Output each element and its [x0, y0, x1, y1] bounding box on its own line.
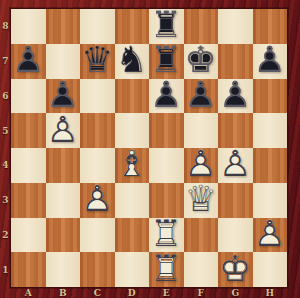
square-f2 — [184, 218, 219, 253]
square-c6 — [80, 79, 115, 114]
black-pawn-outline-icon: ♙ — [253, 44, 288, 79]
black-pawn-icon: ♟ — [253, 44, 288, 79]
white-pawn-outline-icon: ♙ — [218, 148, 253, 183]
square-g8 — [218, 9, 253, 44]
square-d4: ♝♗ — [115, 148, 150, 183]
white-rook-icon: ♜ — [149, 218, 184, 253]
rank-label-1: 1 — [0, 252, 11, 287]
square-d1 — [115, 252, 150, 287]
black-king-outline-icon: ♔ — [184, 44, 219, 79]
square-e2: ♜♖ — [149, 218, 184, 253]
square-g5 — [218, 113, 253, 148]
black-pawn-icon: ♟ — [218, 79, 253, 114]
square-d5 — [115, 113, 150, 148]
square-h3 — [253, 183, 288, 218]
piece-white-rook: ♜♖ — [149, 252, 184, 287]
file-label-d: D — [115, 287, 150, 298]
rank-labels: 87654321 — [0, 9, 11, 287]
square-d3 — [115, 183, 150, 218]
black-pawn-outline-icon: ♙ — [46, 79, 81, 114]
piece-white-pawn: ♟♙ — [46, 113, 81, 148]
rank-label-8: 8 — [0, 9, 11, 44]
white-pawn-outline-icon: ♙ — [80, 183, 115, 218]
white-pawn-outline-icon: ♙ — [253, 218, 288, 253]
white-rook-outline-icon: ♖ — [149, 218, 184, 253]
black-queen-outline-icon: ♕ — [80, 44, 115, 79]
square-g4: ♟♙ — [218, 148, 253, 183]
black-rook-outline-icon: ♖ — [149, 9, 184, 44]
file-label-e: E — [149, 287, 184, 298]
black-pawn-icon: ♟ — [11, 44, 46, 79]
square-d8 — [115, 9, 150, 44]
square-f3: ♛♕ — [184, 183, 219, 218]
square-h2: ♟♙ — [253, 218, 288, 253]
white-pawn-outline-icon: ♙ — [46, 113, 81, 148]
white-king-icon: ♚ — [218, 252, 253, 287]
black-pawn-icon: ♟ — [184, 79, 219, 114]
file-label-g: G — [218, 287, 253, 298]
piece-black-rook: ♜♖ — [149, 9, 184, 44]
square-g1: ♚♔ — [218, 252, 253, 287]
rank-label-3: 3 — [0, 183, 11, 218]
piece-black-pawn: ♟♙ — [11, 44, 46, 79]
file-label-b: B — [46, 287, 81, 298]
piece-black-pawn: ♟♙ — [218, 79, 253, 114]
square-b2 — [46, 218, 81, 253]
black-king-icon: ♚ — [184, 44, 219, 79]
piece-white-bishop: ♝♗ — [115, 148, 150, 183]
piece-white-king: ♚♔ — [218, 252, 253, 287]
piece-black-pawn: ♟♙ — [46, 79, 81, 114]
piece-white-pawn: ♟♙ — [184, 148, 219, 183]
file-label-a: A — [11, 287, 46, 298]
black-pawn-outline-icon: ♙ — [11, 44, 46, 79]
rank-label-2: 2 — [0, 218, 11, 253]
square-h1 — [253, 252, 288, 287]
black-rook-icon: ♜ — [149, 44, 184, 79]
square-g2 — [218, 218, 253, 253]
square-d7: ♞♘ — [115, 44, 150, 79]
black-pawn-outline-icon: ♙ — [218, 79, 253, 114]
square-b7 — [46, 44, 81, 79]
white-queen-icon: ♛ — [184, 183, 219, 218]
square-h4 — [253, 148, 288, 183]
square-h7: ♟♙ — [253, 44, 288, 79]
chess-board: ♜♖♟♙♛♕♞♘♜♖♚♔♟♙♟♙♟♙♟♙♟♙♟♙♝♗♟♙♟♙♟♙♛♕♜♖♟♙♜♖… — [11, 9, 287, 287]
black-rook-outline-icon: ♖ — [149, 44, 184, 79]
file-label-h: H — [253, 287, 288, 298]
piece-black-queen: ♛♕ — [80, 44, 115, 79]
square-c2 — [80, 218, 115, 253]
chess-diagram: 87654321 ♜♖♟♙♛♕♞♘♜♖♚♔♟♙♟♙♟♙♟♙♟♙♟♙♝♗♟♙♟♙♟… — [0, 0, 300, 298]
piece-white-pawn: ♟♙ — [253, 218, 288, 253]
square-a8 — [11, 9, 46, 44]
piece-white-rook: ♜♖ — [149, 218, 184, 253]
square-a3 — [11, 183, 46, 218]
square-e3 — [149, 183, 184, 218]
square-e1: ♜♖ — [149, 252, 184, 287]
piece-white-pawn: ♟♙ — [218, 148, 253, 183]
square-h8 — [253, 9, 288, 44]
white-king-outline-icon: ♔ — [218, 252, 253, 287]
black-queen-icon: ♛ — [80, 44, 115, 79]
file-label-c: C — [80, 287, 115, 298]
square-e8: ♜♖ — [149, 9, 184, 44]
square-f5 — [184, 113, 219, 148]
square-f7: ♚♔ — [184, 44, 219, 79]
white-bishop-outline-icon: ♗ — [115, 148, 150, 183]
square-a4 — [11, 148, 46, 183]
square-c5 — [80, 113, 115, 148]
square-e7: ♜♖ — [149, 44, 184, 79]
black-rook-icon: ♜ — [149, 9, 184, 44]
square-g7 — [218, 44, 253, 79]
file-labels: ABCDEFGH — [11, 287, 287, 298]
square-f8 — [184, 9, 219, 44]
rank-label-6: 6 — [0, 79, 11, 114]
white-pawn-icon: ♟ — [80, 183, 115, 218]
square-b1 — [46, 252, 81, 287]
piece-black-pawn: ♟♙ — [149, 79, 184, 114]
white-pawn-icon: ♟ — [46, 113, 81, 148]
square-a1 — [11, 252, 46, 287]
white-rook-outline-icon: ♖ — [149, 252, 184, 287]
square-b6: ♟♙ — [46, 79, 81, 114]
square-a2 — [11, 218, 46, 253]
rank-label-5: 5 — [0, 113, 11, 148]
square-c1 — [80, 252, 115, 287]
square-c3: ♟♙ — [80, 183, 115, 218]
square-g6: ♟♙ — [218, 79, 253, 114]
piece-black-pawn: ♟♙ — [184, 79, 219, 114]
piece-black-king: ♚♔ — [184, 44, 219, 79]
white-queen-outline-icon: ♕ — [184, 183, 219, 218]
square-c7: ♛♕ — [80, 44, 115, 79]
square-d2 — [115, 218, 150, 253]
piece-black-rook: ♜♖ — [149, 44, 184, 79]
white-pawn-icon: ♟ — [253, 218, 288, 253]
square-b4 — [46, 148, 81, 183]
square-c8 — [80, 9, 115, 44]
square-e5 — [149, 113, 184, 148]
piece-white-pawn: ♟♙ — [80, 183, 115, 218]
white-pawn-outline-icon: ♙ — [184, 148, 219, 183]
piece-black-pawn: ♟♙ — [253, 44, 288, 79]
black-pawn-outline-icon: ♙ — [184, 79, 219, 114]
black-pawn-icon: ♟ — [46, 79, 81, 114]
square-f4: ♟♙ — [184, 148, 219, 183]
square-d6 — [115, 79, 150, 114]
black-knight-icon: ♞ — [115, 44, 150, 79]
square-e4 — [149, 148, 184, 183]
square-a7: ♟♙ — [11, 44, 46, 79]
square-b5: ♟♙ — [46, 113, 81, 148]
square-h6 — [253, 79, 288, 114]
file-label-f: F — [184, 287, 219, 298]
black-knight-outline-icon: ♘ — [115, 44, 150, 79]
square-e6: ♟♙ — [149, 79, 184, 114]
square-f1 — [184, 252, 219, 287]
square-f6: ♟♙ — [184, 79, 219, 114]
square-h5 — [253, 113, 288, 148]
piece-black-knight: ♞♘ — [115, 44, 150, 79]
rank-label-7: 7 — [0, 44, 11, 79]
white-pawn-icon: ♟ — [184, 148, 219, 183]
square-b3 — [46, 183, 81, 218]
square-a6 — [11, 79, 46, 114]
black-pawn-icon: ♟ — [149, 79, 184, 114]
black-pawn-outline-icon: ♙ — [149, 79, 184, 114]
piece-white-queen: ♛♕ — [184, 183, 219, 218]
square-c4 — [80, 148, 115, 183]
white-pawn-icon: ♟ — [218, 148, 253, 183]
white-bishop-icon: ♝ — [115, 148, 150, 183]
square-a5 — [11, 113, 46, 148]
rank-label-4: 4 — [0, 148, 11, 183]
square-b8 — [46, 9, 81, 44]
white-rook-icon: ♜ — [149, 252, 184, 287]
square-g3 — [218, 183, 253, 218]
